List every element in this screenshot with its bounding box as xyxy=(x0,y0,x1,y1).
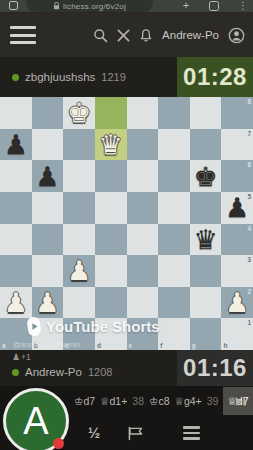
challenges-icon[interactable] xyxy=(117,29,130,42)
rank-label-5: 5 xyxy=(247,194,251,201)
square-b7[interactable] xyxy=(32,129,64,161)
piece-white-pawn-a2[interactable]: ♟ xyxy=(4,289,28,316)
game-menu-button[interactable] xyxy=(176,416,206,450)
file-label-a: a xyxy=(2,343,6,350)
browser-bar: lichess.org/6v2oj + ⋮ xyxy=(0,0,253,13)
piece-black-queen-g4[interactable]: ♛ xyxy=(193,226,217,253)
square-c5[interactable] xyxy=(63,192,95,224)
file-label-b: b xyxy=(34,343,38,350)
square-a7[interactable]: ♟ xyxy=(0,129,32,161)
rank-label-8: 8 xyxy=(247,99,251,106)
square-f5[interactable] xyxy=(158,192,190,224)
square-c1[interactable]: c xyxy=(63,318,95,350)
square-e3[interactable] xyxy=(127,255,159,287)
tab-switcher-icon[interactable] xyxy=(209,1,219,11)
square-e1[interactable]: e xyxy=(127,318,159,350)
square-e8[interactable] xyxy=(127,97,159,129)
square-h8[interactable]: 8 xyxy=(221,97,253,129)
square-g8[interactable] xyxy=(190,97,222,129)
menu-button[interactable] xyxy=(10,26,36,44)
square-g2[interactable] xyxy=(190,287,222,319)
online-dot-bottom xyxy=(12,369,19,376)
url-text: lichess.org/6v2oj xyxy=(63,2,126,11)
square-c8[interactable]: ♚ xyxy=(63,97,95,129)
square-b4[interactable] xyxy=(32,224,64,256)
subscribe-dot xyxy=(53,438,64,449)
top-player-clock: 01:28 xyxy=(177,57,253,97)
rank-label-7: 7 xyxy=(247,131,251,138)
browser-menu-icon[interactable]: ⋮ xyxy=(238,0,242,12)
rank-label-4: 4 xyxy=(247,226,251,233)
site-header: Andrew-Po xyxy=(0,13,253,57)
square-h4[interactable]: 4 xyxy=(221,224,253,256)
square-d8[interactable] xyxy=(95,97,127,129)
square-d7[interactable]: ♛ xyxy=(95,129,127,161)
square-b5[interactable] xyxy=(32,192,64,224)
piece-black-pawn-a7[interactable]: ♟ xyxy=(4,131,28,158)
square-c2[interactable] xyxy=(63,287,95,319)
browser-home-icon[interactable] xyxy=(9,1,18,10)
move-number: 38 xyxy=(132,395,144,407)
square-c7[interactable] xyxy=(63,129,95,161)
square-f7[interactable] xyxy=(158,129,190,161)
square-b2[interactable]: ♟ xyxy=(32,287,64,319)
square-f2[interactable] xyxy=(158,287,190,319)
bottom-player-rating: 1208 xyxy=(88,366,112,378)
square-e5[interactable] xyxy=(127,192,159,224)
move-item[interactable]: ♔d7 xyxy=(74,395,95,407)
phone-screen: lichess.org/6v2oj + ⋮ Andrew-Po xyxy=(0,0,253,450)
square-f8[interactable] xyxy=(158,97,190,129)
square-h5[interactable]: 5♟ xyxy=(221,192,253,224)
avatar-letter: A xyxy=(23,402,48,440)
search-icon[interactable] xyxy=(93,28,108,43)
square-e7[interactable] xyxy=(127,129,159,161)
square-f4[interactable] xyxy=(158,224,190,256)
move-item[interactable]: ♕d1+ xyxy=(100,395,127,407)
bottom-player-bar: ♟ +1 Andrew-Po 1208 01:16 xyxy=(0,350,253,386)
avatar-icon[interactable] xyxy=(228,27,245,44)
square-c4[interactable] xyxy=(63,224,95,256)
square-d2[interactable] xyxy=(95,287,127,319)
new-tab-icon[interactable]: + xyxy=(181,0,191,11)
file-label-e: e xyxy=(129,343,133,350)
square-g7[interactable] xyxy=(190,129,222,161)
piece-white-king-c8[interactable]: ♚ xyxy=(67,99,91,126)
bottom-player-clock: 01:16 xyxy=(177,350,253,386)
file-label-d: d xyxy=(97,343,101,350)
square-h7[interactable]: 7 xyxy=(221,129,253,161)
bottom-player-name[interactable]: Andrew-Po xyxy=(25,366,82,378)
piece-white-pawn-h2[interactable]: ♟ xyxy=(225,289,249,316)
notifications-icon[interactable] xyxy=(139,28,153,43)
square-g6[interactable]: ♚ xyxy=(190,160,222,192)
square-e2[interactable] xyxy=(127,287,159,319)
piece-black-pawn-h5[interactable]: ♟ xyxy=(225,194,249,221)
file-label-f: f xyxy=(160,343,162,350)
top-player-bar: zbghjuushshs 1219 01:28 xyxy=(0,57,253,97)
square-h3[interactable]: 3 xyxy=(221,255,253,287)
resign-button[interactable] xyxy=(120,416,150,450)
url-bar[interactable]: lichess.org/6v2oj xyxy=(26,0,153,12)
chess-board[interactable]: ♚8♟♛7♟♚65♟♛4♟3♟♟2♟abcdefg1h xyxy=(0,97,253,350)
move-item[interactable]: ♕g4+ xyxy=(175,395,202,407)
square-g5[interactable] xyxy=(190,192,222,224)
square-c6[interactable] xyxy=(63,160,95,192)
square-a3[interactable] xyxy=(0,255,32,287)
online-dot-top xyxy=(12,74,19,81)
square-b3[interactable] xyxy=(32,255,64,287)
draw-button[interactable]: ½ xyxy=(80,416,108,450)
square-e4[interactable] xyxy=(127,224,159,256)
rank-label-6: 6 xyxy=(247,162,251,169)
square-g1[interactable]: g xyxy=(190,318,222,350)
square-a6[interactable] xyxy=(0,160,32,192)
square-a8[interactable] xyxy=(0,97,32,129)
square-b1[interactable]: b xyxy=(32,318,64,350)
square-f1[interactable]: f xyxy=(158,318,190,350)
square-b6[interactable]: ♟ xyxy=(32,160,64,192)
file-label-h: h xyxy=(223,343,227,350)
square-a4[interactable] xyxy=(0,224,32,256)
next-move-button[interactable] xyxy=(234,394,247,412)
rank-label-2: 2 xyxy=(247,289,251,296)
square-h1[interactable]: 1h xyxy=(221,318,253,350)
square-d1[interactable]: d xyxy=(95,318,127,350)
top-player-rating: 1219 xyxy=(101,71,125,83)
square-a2[interactable]: ♟ xyxy=(0,287,32,319)
move-item[interactable]: ♔c8 xyxy=(149,395,170,407)
file-label-g: g xyxy=(192,343,196,350)
lock-icon xyxy=(53,2,60,10)
piece-white-queen-d7[interactable]: ♛ xyxy=(99,131,123,158)
move-number: 39 xyxy=(207,395,219,407)
piece-white-pawn-c3[interactable]: ♟ xyxy=(67,257,91,284)
square-f3[interactable] xyxy=(158,255,190,287)
square-c3[interactable]: ♟ xyxy=(63,255,95,287)
square-d3[interactable] xyxy=(95,255,127,287)
square-g4[interactable]: ♛ xyxy=(190,224,222,256)
header-username[interactable]: Andrew-Po xyxy=(162,29,219,41)
square-b8[interactable] xyxy=(32,97,64,129)
rank-label-1: 1 xyxy=(247,320,251,327)
square-d5[interactable] xyxy=(95,192,127,224)
square-g3[interactable] xyxy=(190,255,222,287)
square-a1[interactable]: a xyxy=(0,318,32,350)
rank-label-3: 3 xyxy=(247,257,251,264)
piece-black-king-g6[interactable]: ♚ xyxy=(193,163,217,190)
square-f6[interactable] xyxy=(158,160,190,192)
square-d4[interactable] xyxy=(95,224,127,256)
square-a5[interactable] xyxy=(0,192,32,224)
square-e6[interactable] xyxy=(127,160,159,192)
piece-white-pawn-b2[interactable]: ♟ xyxy=(35,289,59,316)
square-h6[interactable]: 6 xyxy=(221,160,253,192)
square-h2[interactable]: 2♟ xyxy=(221,287,253,319)
top-player-name[interactable]: zbghjuushshs xyxy=(25,71,95,83)
file-label-c: c xyxy=(65,343,69,350)
piece-black-pawn-b6[interactable]: ♟ xyxy=(35,163,59,190)
square-d6[interactable] xyxy=(95,160,127,192)
